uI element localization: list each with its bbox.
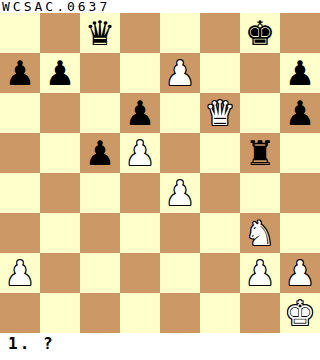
white-pawn: ♟ [125,133,155,173]
square-f6[interactable]: ♛ [200,93,240,133]
square-f2[interactable] [200,253,240,293]
square-b8[interactable] [40,13,80,53]
square-d3[interactable] [120,213,160,253]
square-a6[interactable] [0,93,40,133]
square-d1[interactable] [120,293,160,333]
square-g7[interactable] [240,53,280,93]
square-h6[interactable]: ♟ [280,93,320,133]
square-a5[interactable] [0,133,40,173]
square-f4[interactable] [200,173,240,213]
square-h8[interactable] [280,13,320,53]
square-d6[interactable]: ♟ [120,93,160,133]
square-b5[interactable] [40,133,80,173]
square-h2[interactable]: ♟ [280,253,320,293]
square-c4[interactable] [80,173,120,213]
square-g8[interactable]: ♚ [240,13,280,53]
square-d4[interactable] [120,173,160,213]
square-a3[interactable] [0,213,40,253]
square-f1[interactable] [200,293,240,333]
square-c8[interactable]: ♛ [80,13,120,53]
square-g2[interactable]: ♟ [240,253,280,293]
square-f5[interactable] [200,133,240,173]
square-g4[interactable] [240,173,280,213]
square-g3[interactable]: ♞ [240,213,280,253]
square-e7[interactable]: ♟ [160,53,200,93]
black-pawn: ♟ [285,93,315,133]
black-rook: ♜ [245,133,275,173]
black-king: ♚ [245,13,275,53]
square-c7[interactable] [80,53,120,93]
black-queen: ♛ [85,13,115,53]
square-d7[interactable] [120,53,160,93]
square-b7[interactable]: ♟ [40,53,80,93]
square-c5[interactable]: ♟ [80,133,120,173]
square-b2[interactable] [40,253,80,293]
black-pawn: ♟ [45,53,75,93]
square-f3[interactable] [200,213,240,253]
square-g6[interactable] [240,93,280,133]
square-c2[interactable] [80,253,120,293]
square-d5[interactable]: ♟ [120,133,160,173]
square-h3[interactable] [280,213,320,253]
square-c1[interactable] [80,293,120,333]
square-a8[interactable] [0,13,40,53]
square-a1[interactable] [0,293,40,333]
black-pawn: ♟ [5,53,35,93]
white-knight: ♞ [245,213,275,253]
square-a7[interactable]: ♟ [0,53,40,93]
square-e4[interactable]: ♟ [160,173,200,213]
square-a2[interactable]: ♟ [0,253,40,293]
black-pawn: ♟ [125,93,155,133]
bottom-bar: 1. ? [0,333,320,360]
square-h1[interactable]: ♚ [280,293,320,333]
white-king: ♚ [285,293,315,333]
square-c3[interactable] [80,213,120,253]
square-b1[interactable] [40,293,80,333]
puzzle-id-label: WCSAC.0637 [0,0,320,13]
chess-diagram-window: WCSAC.0637 ♛♚♟♟♟♟♟♛♟♟♟♜♟♞♟♟♟♚ 1. ? [0,0,320,360]
move-prompt: 1. ? [0,333,55,353]
chess-board: ♛♚♟♟♟♟♟♛♟♟♟♜♟♞♟♟♟♚ [0,13,320,333]
white-pawn: ♟ [165,173,195,213]
black-pawn: ♟ [285,53,315,93]
square-g1[interactable] [240,293,280,333]
white-pawn: ♟ [285,253,315,293]
square-b4[interactable] [40,173,80,213]
square-b6[interactable] [40,93,80,133]
square-b3[interactable] [40,213,80,253]
white-pawn: ♟ [165,53,195,93]
square-e5[interactable] [160,133,200,173]
white-pawn: ♟ [5,253,35,293]
square-f8[interactable] [200,13,240,53]
square-e1[interactable] [160,293,200,333]
square-h5[interactable] [280,133,320,173]
white-queen: ♛ [205,93,235,133]
square-e6[interactable] [160,93,200,133]
square-e8[interactable] [160,13,200,53]
square-e2[interactable] [160,253,200,293]
square-g5[interactable]: ♜ [240,133,280,173]
square-a4[interactable] [0,173,40,213]
square-h4[interactable] [280,173,320,213]
square-d2[interactable] [120,253,160,293]
white-pawn: ♟ [245,253,275,293]
square-e3[interactable] [160,213,200,253]
black-pawn: ♟ [85,133,115,173]
square-f7[interactable] [200,53,240,93]
square-c6[interactable] [80,93,120,133]
square-h7[interactable]: ♟ [280,53,320,93]
square-d8[interactable] [120,13,160,53]
